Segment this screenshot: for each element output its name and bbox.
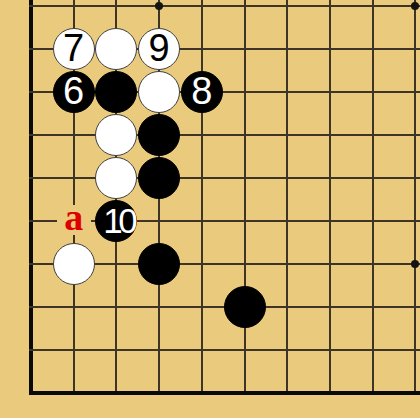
go-diagram: a796810 — [0, 0, 420, 418]
stone-number: 8 — [191, 72, 212, 110]
stone-white-b4[interactable] — [53, 243, 95, 285]
star-point-d10 — [155, 2, 163, 10]
board-edge-left — [29, 0, 33, 395]
grid-line-h — [29, 349, 420, 351]
point-label-glyph: a — [64, 198, 83, 236]
stone-white-d9[interactable]: 9 — [138, 28, 180, 70]
stone-white-c6[interactable] — [95, 157, 137, 199]
stone-black-d6[interactable] — [138, 157, 180, 199]
grid-line-v — [244, 0, 246, 395]
star-point-k10 — [411, 2, 419, 10]
grid-line-v — [414, 0, 416, 395]
grid-line-h — [29, 177, 420, 179]
stone-black-f3[interactable] — [224, 286, 266, 328]
stone-black-d4[interactable] — [138, 243, 180, 285]
grid-line-v — [286, 0, 288, 395]
stone-white-d8[interactable] — [138, 71, 180, 113]
stone-number: 10 — [100, 203, 133, 238]
grid-line-h — [29, 134, 420, 136]
stone-black-c8[interactable] — [95, 71, 137, 113]
stone-number: 9 — [149, 29, 170, 67]
grid-line-h — [29, 5, 420, 7]
stone-white-b9[interactable]: 7 — [53, 28, 95, 70]
star-point-k4 — [411, 260, 419, 268]
grid-line-v — [201, 0, 203, 395]
stone-black-e8[interactable]: 8 — [181, 71, 223, 113]
stone-number: 6 — [63, 72, 84, 110]
board-edge-bottom — [29, 391, 420, 395]
stone-black-c5[interactable]: 10 — [95, 200, 137, 242]
stone-number: 7 — [63, 29, 84, 67]
grid-line-v — [372, 0, 374, 395]
stone-black-b8[interactable]: 6 — [53, 71, 95, 113]
grid-line-v — [329, 0, 331, 395]
stone-black-d7[interactable] — [138, 114, 180, 156]
stone-white-c7[interactable] — [95, 114, 137, 156]
go-board[interactable]: a796810 — [0, 0, 420, 418]
point-label-a[interactable]: a — [57, 205, 91, 235]
stone-white-c9[interactable] — [95, 28, 137, 70]
